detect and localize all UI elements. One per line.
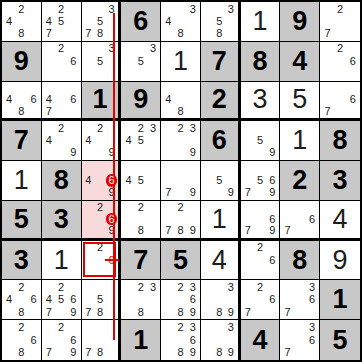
pencil-marks: 35 [82, 42, 119, 81]
cell-r5c3[interactable]: 469 [82, 161, 122, 201]
cell-r4c8[interactable]: 1 [280, 121, 320, 161]
candidate-6: 6 [67, 55, 79, 67]
pencil-marks: 26 [320, 42, 360, 81]
pencil-marks: 245679 [42, 280, 81, 319]
cell-r4c5[interactable]: 239 [161, 121, 201, 161]
candidate-2: 2 [94, 122, 106, 134]
candidate-6: 6 [28, 294, 40, 306]
candidate-5: 5 [254, 135, 266, 147]
candidate-7: 7 [281, 346, 293, 359]
cell-r8c5[interactable]: 23689 [161, 280, 201, 320]
given-digit: 5 [333, 327, 348, 354]
candidate-9: 9 [187, 306, 199, 318]
solved-digit: 4 [333, 206, 348, 233]
cell-r1c8[interactable]: 9 [280, 2, 320, 42]
pencil-marks: 78 [82, 320, 119, 360]
cell-r6c4[interactable]: 28 [121, 201, 161, 241]
cell-r4c3[interactable]: 249 [82, 121, 122, 161]
candidate-2: 2 [135, 202, 147, 214]
candidate-6: 6 [67, 294, 79, 306]
candidate-8: 8 [15, 346, 27, 359]
cell-r9c1[interactable]: 268 [2, 320, 42, 360]
candidate-7: 7 [162, 225, 174, 237]
candidate-5: 5 [135, 55, 147, 67]
candidate-5: 5 [135, 135, 147, 147]
candidate-7: 7 [43, 306, 55, 318]
cell-r7c6[interactable]: 4 [201, 241, 241, 281]
chain-candidate-6: 6 [106, 174, 118, 186]
cell-r7c5[interactable]: 5 [161, 241, 201, 281]
cell-r2c4[interactable]: 35 [121, 42, 161, 82]
candidate-8: 8 [174, 306, 186, 318]
candidate-6: 6 [306, 294, 318, 306]
candidate-3: 3 [106, 43, 118, 55]
candidate-8: 8 [94, 346, 106, 359]
pencil-marks: 469 [82, 161, 119, 200]
pencil-marks: 389 [201, 280, 238, 319]
given-digit: 2 [292, 167, 307, 194]
pencil-marks: 5679 [241, 161, 280, 200]
candidate-3: 3 [306, 281, 318, 293]
candidate-8: 8 [174, 28, 186, 40]
candidate-2: 2 [174, 281, 186, 293]
cell-r5c2[interactable]: 8 [42, 161, 82, 201]
pencil-marks: 467 [42, 82, 81, 119]
candidate-6: 6 [266, 254, 278, 266]
given-digit: 6 [133, 8, 148, 35]
candidate-4: 4 [43, 15, 55, 27]
cell-r1c6[interactable]: 358 [201, 2, 241, 42]
candidate-2: 2 [55, 281, 67, 293]
given-digit: 9 [14, 48, 29, 75]
cell-r6c6[interactable]: 1 [201, 201, 241, 241]
candidate-4: 4 [43, 135, 55, 147]
cell-r6c2[interactable]: 3 [42, 201, 82, 241]
cell-r3c4[interactable]: 9 [121, 82, 161, 122]
given-digit: 3 [54, 206, 69, 233]
given-digit: 7 [14, 127, 29, 154]
candidate-2: 2 [94, 242, 106, 254]
candidate-9: 9 [187, 187, 199, 199]
candidate-3: 3 [187, 281, 199, 293]
cell-r3c2[interactable]: 467 [42, 82, 82, 122]
candidate-8: 8 [15, 28, 27, 40]
cell-r6c9[interactable]: 4 [320, 201, 360, 241]
candidate-2: 2 [55, 3, 67, 15]
candidate-9: 9 [225, 187, 237, 199]
cell-r9c2[interactable]: 2679 [42, 320, 82, 360]
given-digit: 1 [92, 86, 107, 113]
candidate-5: 5 [55, 294, 67, 306]
cell-r9c6[interactable]: 389 [201, 320, 241, 360]
cell-r5c4[interactable]: 45 [121, 161, 161, 201]
pencil-marks: 269 [82, 201, 119, 238]
pencil-marks: 679 [241, 201, 280, 238]
solved-digit: 9 [333, 247, 348, 274]
candidate-9: 9 [106, 147, 118, 159]
candidate-2: 2 [334, 3, 347, 15]
cell-r4c7[interactable]: 59 [241, 121, 281, 161]
cell-r6c1[interactable]: 5 [2, 201, 42, 241]
candidate-8: 8 [174, 346, 186, 359]
candidate-5: 5 [213, 15, 225, 27]
pencil-marks: 358 [201, 2, 238, 41]
cell-r8c8[interactable]: 367 [280, 280, 320, 320]
candidate-4: 4 [3, 15, 15, 27]
candidate-7: 7 [321, 106, 334, 118]
candidate-5: 5 [94, 15, 106, 27]
candidate-2: 2 [55, 321, 67, 334]
given-digit: 1 [333, 286, 348, 313]
candidate-4: 4 [83, 174, 95, 186]
candidate-8: 8 [135, 225, 147, 237]
candidate-4: 4 [3, 94, 15, 106]
cell-r8c7[interactable]: 267 [241, 280, 281, 320]
candidate-7: 7 [242, 225, 254, 237]
cell-r9c5[interactable]: 23689 [161, 320, 201, 360]
given-digit: 5 [173, 247, 188, 274]
pencil-marks: 468 [2, 82, 41, 119]
cell-r2c7[interactable]: 8 [241, 42, 281, 82]
candidate-6: 6 [187, 294, 199, 306]
candidate-6: 6 [266, 174, 278, 186]
candidate-7: 7 [43, 346, 55, 359]
candidate-3: 3 [306, 321, 318, 334]
candidate-9: 9 [266, 225, 278, 237]
cell-r3c6[interactable]: 2 [201, 82, 241, 122]
cell-r8c1[interactable]: 2468 [2, 280, 42, 320]
given-digit: 9 [133, 86, 148, 113]
candidate-8: 8 [15, 306, 27, 318]
candidate-6: 6 [306, 213, 318, 225]
given-digit: 8 [54, 167, 69, 194]
pencil-marks: 367 [280, 280, 319, 319]
candidate-8: 8 [213, 28, 225, 40]
candidate-2: 2 [174, 202, 186, 214]
candidate-2: 2 [135, 281, 147, 293]
pencil-marks: 249 [42, 121, 81, 160]
given-digit: 1 [133, 327, 148, 354]
candidate-2: 2 [15, 321, 27, 334]
candidate-8: 8 [135, 306, 147, 318]
candidate-2: 2 [15, 3, 27, 15]
pencil-marks: 23689 [161, 320, 200, 360]
cell-r6c8[interactable]: 67 [280, 201, 320, 241]
candidate-3: 3 [147, 43, 159, 55]
pencil-marks: 28 [121, 201, 160, 238]
candidate-5: 5 [135, 174, 147, 186]
candidate-9: 9 [187, 147, 199, 159]
solved-digit: 1 [54, 247, 69, 274]
given-digit: 3 [14, 247, 29, 274]
pencil-marks: 48 [161, 82, 200, 119]
candidate-3: 3 [225, 281, 237, 293]
candidate-6: 6 [346, 94, 359, 106]
solved-digit: 1 [292, 127, 307, 154]
cell-r1c4[interactable]: 6 [121, 2, 161, 42]
pencil-marks: 26 [82, 241, 119, 280]
cell-r4c1[interactable]: 7 [2, 121, 42, 161]
cell-r2c8[interactable]: 4 [280, 42, 320, 82]
chain-candidate-6: 6 [106, 213, 118, 225]
candidate-9: 9 [266, 187, 278, 199]
candidate-3: 3 [187, 3, 199, 15]
given-digit: 9 [292, 8, 307, 35]
cell-r2c9[interactable]: 26 [320, 42, 360, 82]
candidate-7: 7 [162, 187, 174, 199]
candidate-4: 4 [122, 135, 134, 147]
candidate-5: 5 [55, 15, 67, 27]
candidate-4: 4 [122, 174, 134, 186]
candidate-2: 2 [55, 43, 67, 55]
pencil-marks: 35 [121, 42, 160, 81]
cell-r8c3[interactable]: 578 [82, 280, 122, 320]
candidate-6: 6 [28, 94, 40, 106]
candidate-4: 4 [43, 294, 55, 306]
cell-r1c7[interactable]: 1 [241, 2, 281, 42]
pencil-marks: 45 [121, 161, 160, 200]
given-digit: 7 [212, 48, 227, 75]
pencil-marks: 267 [241, 280, 280, 319]
candidate-7: 7 [83, 28, 95, 40]
cell-r2c2[interactable]: 26 [42, 42, 82, 82]
cell-r8c6[interactable]: 389 [201, 280, 241, 320]
candidate-2: 2 [94, 202, 106, 214]
solved-digit: 1 [212, 206, 227, 233]
cell-r3c3[interactable]: 1 [82, 82, 122, 122]
candidate-6: 6 [306, 334, 318, 347]
given-digit: 5 [14, 206, 29, 233]
candidate-8: 8 [213, 346, 225, 359]
cell-r1c2[interactable]: 2457 [42, 2, 82, 42]
candidate-9: 9 [187, 346, 199, 359]
cell-r2c3[interactable]: 35 [82, 42, 122, 82]
given-digit: 7 [133, 247, 148, 274]
cell-r7c3[interactable]: 26 [82, 241, 122, 281]
pencil-marks: 67 [320, 82, 360, 119]
cell-r5c1[interactable]: 1 [2, 161, 42, 201]
candidate-7: 7 [83, 346, 95, 359]
pencil-marks: 23689 [161, 280, 200, 319]
pencil-marks: 2457 [42, 2, 81, 41]
cell-r5c7[interactable]: 5679 [241, 161, 281, 201]
candidate-9: 9 [225, 306, 237, 318]
candidate-4: 4 [43, 94, 55, 106]
cell-r2c1[interactable]: 9 [2, 42, 42, 82]
candidate-9: 9 [187, 225, 199, 237]
pencil-marks: 578 [82, 280, 119, 319]
solved-digit: 1 [14, 167, 29, 194]
pencil-marks: 389 [201, 320, 238, 360]
cell-r7c9[interactable]: 9 [320, 241, 360, 281]
given-digit: 6 [212, 127, 227, 154]
candidate-3: 3 [187, 321, 199, 334]
cell-r9c7[interactable]: 4 [241, 320, 281, 360]
pencil-marks: 67 [280, 201, 319, 238]
cell-r4c9[interactable]: 8 [320, 121, 360, 161]
candidate-3: 3 [147, 281, 159, 293]
cell-r2c6[interactable]: 7 [201, 42, 241, 82]
cell-r7c4[interactable]: 7 [121, 241, 161, 281]
cell-r8c2[interactable]: 245679 [42, 280, 82, 320]
candidate-9: 9 [106, 187, 118, 199]
cell-r7c2[interactable]: 1 [42, 241, 82, 281]
candidate-7: 7 [242, 306, 254, 318]
cell-r6c5[interactable]: 2789 [161, 201, 201, 241]
cell-r7c7[interactable]: 26 [241, 241, 281, 281]
cell-r5c9[interactable]: 3 [320, 161, 360, 201]
pencil-marks: 79 [161, 161, 200, 200]
candidate-8: 8 [174, 225, 186, 237]
candidate-7: 7 [43, 28, 55, 40]
candidate-3: 3 [147, 122, 159, 134]
cell-r3c1[interactable]: 468 [2, 82, 42, 122]
candidate-7: 7 [43, 106, 55, 118]
candidate-2: 2 [174, 321, 186, 334]
cell-r8c4[interactable]: 238 [121, 280, 161, 320]
cell-r6c7[interactable]: 679 [241, 201, 281, 241]
cell-r7c8[interactable]: 8 [280, 241, 320, 281]
cell-r4c2[interactable]: 249 [42, 121, 82, 161]
pencil-marks: 2468 [2, 280, 41, 319]
candidate-8: 8 [94, 306, 106, 318]
candidate-6: 6 [67, 334, 79, 347]
candidate-7: 7 [281, 306, 293, 318]
solved-digit: 1 [253, 8, 268, 35]
solved-digit: 4 [212, 247, 227, 274]
cell-r9c4[interactable]: 1 [121, 320, 161, 360]
cell-r5c8[interactable]: 2 [280, 161, 320, 201]
cell-r3c9[interactable]: 67 [320, 82, 360, 122]
candidate-2: 2 [174, 122, 186, 134]
candidate-5: 5 [213, 174, 225, 186]
sudoku-board: 2482457357863483581927926353517842646846… [0, 0, 362, 362]
pencil-marks: 26 [42, 42, 81, 81]
candidate-9: 9 [106, 225, 118, 237]
candidate-7: 7 [242, 187, 254, 199]
eliminated-candidate-6: 6 [106, 254, 118, 266]
candidate-6: 6 [67, 94, 79, 106]
cell-r3c8[interactable]: 5 [280, 82, 320, 122]
candidate-9: 9 [266, 147, 278, 159]
candidate-4: 4 [3, 294, 15, 306]
candidate-4: 4 [162, 94, 174, 106]
candidate-2: 2 [334, 43, 347, 55]
cell-r7c1[interactable]: 3 [2, 241, 42, 281]
candidate-6: 6 [266, 294, 278, 306]
pencil-marks: 268 [2, 320, 41, 360]
solved-digit: 3 [253, 86, 268, 113]
cell-r9c8[interactable]: 367 [280, 320, 320, 360]
given-digit: 8 [253, 48, 268, 75]
candidate-6: 6 [28, 334, 40, 347]
candidate-8: 8 [94, 28, 106, 40]
given-digit: 3 [333, 167, 348, 194]
pencil-marks: 2789 [161, 201, 200, 238]
candidate-3: 3 [225, 3, 237, 15]
candidate-8: 8 [213, 306, 225, 318]
candidate-7: 7 [281, 225, 293, 237]
cell-r1c5[interactable]: 348 [161, 2, 201, 42]
candidate-9: 9 [225, 346, 237, 359]
pencil-marks: 2345 [121, 121, 160, 160]
cell-r8c9[interactable]: 1 [320, 280, 360, 320]
pencil-marks: 248 [2, 2, 41, 41]
cell-r4c4[interactable]: 2345 [121, 121, 161, 161]
cell-r1c1[interactable]: 248 [2, 2, 42, 42]
candidate-8: 8 [15, 106, 27, 118]
candidate-8: 8 [174, 106, 186, 118]
cell-r9c3[interactable]: 78 [82, 320, 122, 360]
candidate-6: 6 [266, 213, 278, 225]
candidate-9: 9 [67, 306, 79, 318]
solved-digit: 1 [173, 48, 188, 75]
candidate-2: 2 [254, 281, 266, 293]
candidate-9: 9 [67, 346, 79, 359]
candidate-7: 7 [83, 306, 95, 318]
candidate-5: 5 [94, 55, 106, 67]
candidate-7: 7 [321, 28, 334, 40]
pencil-marks: 59 [241, 121, 280, 160]
pencil-marks: 27 [320, 2, 360, 41]
pencil-marks: 238 [121, 280, 160, 319]
candidate-4: 4 [162, 15, 174, 27]
candidate-6: 6 [346, 55, 359, 67]
cell-r2c5[interactable]: 1 [161, 42, 201, 82]
cell-r3c5[interactable]: 48 [161, 82, 201, 122]
pencil-marks: 239 [161, 121, 200, 160]
candidate-4: 4 [83, 135, 95, 147]
candidate-6: 6 [187, 334, 199, 347]
cell-r5c6[interactable]: 59 [201, 161, 241, 201]
solved-digit: 5 [292, 86, 307, 113]
candidate-2: 2 [135, 122, 147, 134]
given-digit: 4 [253, 327, 268, 354]
cell-r4c6[interactable]: 6 [201, 121, 241, 161]
pencil-marks: 26 [241, 241, 280, 280]
cell-r3c7[interactable]: 3 [241, 82, 281, 122]
cell-r1c9[interactable]: 27 [320, 2, 360, 42]
candidate-5: 5 [94, 294, 106, 306]
candidate-2: 2 [55, 122, 67, 134]
candidate-2: 2 [254, 242, 266, 254]
pencil-marks: 2679 [42, 320, 81, 360]
cell-r1c3[interactable]: 3578 [82, 2, 122, 42]
candidate-2: 2 [15, 281, 27, 293]
cell-r5c5[interactable]: 79 [161, 161, 201, 201]
given-digit: 4 [292, 48, 307, 75]
pencil-marks: 59 [201, 161, 238, 200]
candidate-9: 9 [67, 147, 79, 159]
pencil-marks: 3578 [82, 2, 119, 41]
pencil-marks: 249 [82, 121, 119, 160]
pencil-marks: 367 [280, 320, 319, 360]
candidate-3: 3 [106, 3, 118, 15]
pencil-marks: 348 [161, 2, 200, 41]
given-digit: 8 [333, 127, 348, 154]
candidate-3: 3 [187, 122, 199, 134]
cell-r9c9[interactable]: 5 [320, 320, 360, 360]
candidate-3: 3 [225, 321, 237, 334]
given-digit: 8 [292, 247, 307, 274]
cell-r6c3[interactable]: 269 [82, 201, 122, 241]
given-digit: 2 [212, 86, 227, 113]
candidate-5: 5 [254, 174, 266, 186]
